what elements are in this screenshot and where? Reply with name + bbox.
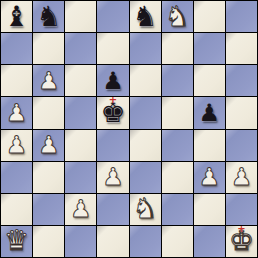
- square-c1[interactable]: [65, 226, 96, 257]
- square-f4[interactable]: [162, 130, 193, 161]
- square-d4[interactable]: [97, 130, 128, 161]
- square-c6[interactable]: [65, 65, 96, 96]
- square-b2[interactable]: [33, 194, 64, 225]
- square-b1[interactable]: [33, 226, 64, 257]
- black-knight-piece: ♞: [36, 3, 61, 31]
- square-h1[interactable]: ♚+: [226, 226, 257, 257]
- square-e8[interactable]: ♞: [130, 1, 161, 32]
- square-g5[interactable]: ♟: [194, 97, 225, 128]
- square-a7[interactable]: [1, 33, 32, 64]
- square-h3[interactable]: ♟: [226, 162, 257, 193]
- white-king-piece: ♚: [229, 227, 254, 255]
- black-pawn-piece: ♟: [199, 101, 221, 125]
- square-g3[interactable]: ♟: [194, 162, 225, 193]
- square-a4[interactable]: ♟: [1, 130, 32, 161]
- square-b7[interactable]: [33, 33, 64, 64]
- square-d2[interactable]: [97, 194, 128, 225]
- black-pawn-piece: ♟: [102, 69, 124, 93]
- square-a6[interactable]: [1, 65, 32, 96]
- square-g4[interactable]: [194, 130, 225, 161]
- square-h7[interactable]: [226, 33, 257, 64]
- square-c7[interactable]: [65, 33, 96, 64]
- square-e4[interactable]: [130, 130, 161, 161]
- square-h8[interactable]: [226, 1, 257, 32]
- white-knight-piece: ♞: [165, 3, 190, 31]
- square-d6[interactable]: ♟: [97, 65, 128, 96]
- square-c3[interactable]: [65, 162, 96, 193]
- king-cross-icon: +: [237, 226, 245, 234]
- square-b4[interactable]: ♟: [33, 130, 64, 161]
- white-pawn-piece: ♟: [6, 133, 28, 157]
- square-c5[interactable]: [65, 97, 96, 128]
- white-queen-piece: ♛: [4, 227, 29, 255]
- square-h2[interactable]: [226, 194, 257, 225]
- square-a8[interactable]: ♝: [1, 1, 32, 32]
- square-h6[interactable]: [226, 65, 257, 96]
- square-g1[interactable]: [194, 226, 225, 257]
- black-king-piece: ♚: [100, 99, 125, 127]
- square-g6[interactable]: [194, 65, 225, 96]
- square-e6[interactable]: [130, 65, 161, 96]
- square-f3[interactable]: [162, 162, 193, 193]
- square-d1[interactable]: [97, 226, 128, 257]
- white-pawn-piece: ♟: [70, 197, 92, 221]
- square-c2[interactable]: ♟: [65, 194, 96, 225]
- square-b5[interactable]: [33, 97, 64, 128]
- square-d8[interactable]: [97, 1, 128, 32]
- square-b6[interactable]: ♟: [33, 65, 64, 96]
- square-h4[interactable]: [226, 130, 257, 161]
- square-d7[interactable]: [97, 33, 128, 64]
- square-a2[interactable]: [1, 194, 32, 225]
- white-pawn-piece: ♟: [102, 165, 124, 189]
- square-c4[interactable]: [65, 130, 96, 161]
- white-pawn-piece: ♟: [38, 133, 60, 157]
- white-pawn-piece: ♟: [231, 165, 253, 189]
- square-f5[interactable]: [162, 97, 193, 128]
- square-f2[interactable]: [162, 194, 193, 225]
- square-e7[interactable]: [130, 33, 161, 64]
- square-h5[interactable]: [226, 97, 257, 128]
- square-b3[interactable]: [33, 162, 64, 193]
- square-b8[interactable]: ♞: [33, 1, 64, 32]
- black-knight-piece: ♞: [133, 3, 158, 31]
- square-f1[interactable]: [162, 226, 193, 257]
- square-a1[interactable]: ♛: [1, 226, 32, 257]
- square-a3[interactable]: [1, 162, 32, 193]
- square-g2[interactable]: [194, 194, 225, 225]
- square-e1[interactable]: [130, 226, 161, 257]
- square-c8[interactable]: [65, 1, 96, 32]
- white-pawn-piece: ♟: [199, 165, 221, 189]
- square-g8[interactable]: [194, 1, 225, 32]
- square-d3[interactable]: ♟: [97, 162, 128, 193]
- square-f7[interactable]: [162, 33, 193, 64]
- square-d5[interactable]: ♚+: [97, 97, 128, 128]
- square-e3[interactable]: [130, 162, 161, 193]
- square-f8[interactable]: ♞: [162, 1, 193, 32]
- square-f6[interactable]: [162, 65, 193, 96]
- chess-board: ♝♞♞♞♟♟♟♚+♟♟♟♟♟♟♟♞♛♚+: [0, 0, 258, 258]
- square-a5[interactable]: ♟: [1, 97, 32, 128]
- white-knight-piece: ♞: [133, 195, 158, 223]
- square-e2[interactable]: ♞: [130, 194, 161, 225]
- white-pawn-piece: ♟: [6, 101, 28, 125]
- white-pawn-piece: ♟: [38, 69, 60, 93]
- square-g7[interactable]: [194, 33, 225, 64]
- square-e5[interactable]: [130, 97, 161, 128]
- black-bishop-piece: ♝: [4, 3, 29, 31]
- king-cross-icon: +: [109, 97, 117, 105]
